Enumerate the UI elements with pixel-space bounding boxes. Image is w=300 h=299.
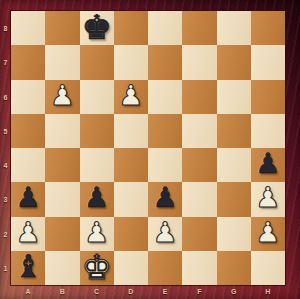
square-h6[interactable]: [251, 80, 285, 114]
square-b4[interactable]: [45, 148, 79, 182]
black-pawn[interactable]: ♟: [255, 150, 280, 178]
square-c5[interactable]: [80, 114, 114, 148]
square-b3[interactable]: [45, 182, 79, 216]
black-bishop[interactable]: ♝: [14, 251, 42, 282]
white-pawn[interactable]: ♟: [255, 219, 280, 247]
square-e3[interactable]: ♟: [148, 182, 182, 216]
square-b5[interactable]: [45, 114, 79, 148]
white-pawn[interactable]: ♟: [16, 219, 41, 247]
square-b2[interactable]: [45, 217, 79, 251]
square-e5[interactable]: [148, 114, 182, 148]
square-h5[interactable]: [251, 114, 285, 148]
square-b8[interactable]: [45, 11, 79, 45]
white-king[interactable]: ♚: [81, 250, 111, 284]
square-d5[interactable]: [114, 114, 148, 148]
square-d4[interactable]: [114, 148, 148, 182]
square-f2[interactable]: [182, 217, 216, 251]
square-f4[interactable]: [182, 148, 216, 182]
square-c8[interactable]: ♚: [80, 11, 114, 45]
square-a4[interactable]: [11, 148, 45, 182]
square-d3[interactable]: [114, 182, 148, 216]
white-pawn[interactable]: ♟: [118, 82, 143, 110]
file-label-g: G: [231, 285, 236, 299]
rank-label-4: 4: [0, 162, 11, 169]
file-label-e: E: [163, 285, 168, 299]
square-h8[interactable]: [251, 11, 285, 45]
square-d7[interactable]: [114, 45, 148, 79]
square-e7[interactable]: [148, 45, 182, 79]
file-label-f: F: [197, 285, 201, 299]
file-label-h: H: [265, 285, 270, 299]
square-g3[interactable]: [217, 182, 251, 216]
square-a1[interactable]: ♝: [11, 251, 45, 285]
file-label-b: B: [60, 285, 65, 299]
square-c6[interactable]: [80, 80, 114, 114]
square-f3[interactable]: [182, 182, 216, 216]
rank-label-1: 1: [0, 264, 11, 271]
square-c3[interactable]: ♟: [80, 182, 114, 216]
white-pawn[interactable]: ♟: [153, 219, 178, 247]
square-f5[interactable]: [182, 114, 216, 148]
board[interactable]: ♚♟♟♟♟♟♟♟♟♟♟♟♝♚: [11, 11, 285, 285]
square-f1[interactable]: [182, 251, 216, 285]
square-h7[interactable]: [251, 45, 285, 79]
chess-board-photo: ♚♟♟♟♟♟♟♟♟♟♟♟♝♚ 87654321ABCDEFGH: [0, 0, 300, 299]
square-h4[interactable]: ♟: [251, 148, 285, 182]
white-pawn[interactable]: ♟: [255, 184, 280, 212]
rank-label-2: 2: [0, 230, 11, 237]
square-a5[interactable]: [11, 114, 45, 148]
square-d2[interactable]: [114, 217, 148, 251]
rank-label-6: 6: [0, 93, 11, 100]
square-b6[interactable]: ♟: [45, 80, 79, 114]
black-pawn[interactable]: ♟: [16, 184, 41, 212]
square-h2[interactable]: ♟: [251, 217, 285, 251]
black-king[interactable]: ♚: [81, 10, 111, 44]
square-e6[interactable]: [148, 80, 182, 114]
square-g8[interactable]: [217, 11, 251, 45]
square-c2[interactable]: ♟: [80, 217, 114, 251]
black-pawn[interactable]: ♟: [153, 184, 178, 212]
square-d6[interactable]: ♟: [114, 80, 148, 114]
square-g1[interactable]: [217, 251, 251, 285]
file-label-d: D: [128, 285, 133, 299]
white-pawn[interactable]: ♟: [84, 219, 109, 247]
square-h3[interactable]: ♟: [251, 182, 285, 216]
square-d8[interactable]: [114, 11, 148, 45]
square-g6[interactable]: [217, 80, 251, 114]
square-g7[interactable]: [217, 45, 251, 79]
white-pawn[interactable]: ♟: [50, 82, 75, 110]
square-g5[interactable]: [217, 114, 251, 148]
square-d1[interactable]: [114, 251, 148, 285]
square-f6[interactable]: [182, 80, 216, 114]
square-a6[interactable]: [11, 80, 45, 114]
square-c7[interactable]: [80, 45, 114, 79]
square-f8[interactable]: [182, 11, 216, 45]
square-g2[interactable]: [217, 217, 251, 251]
rank-label-3: 3: [0, 196, 11, 203]
square-h1[interactable]: [251, 251, 285, 285]
square-g4[interactable]: [217, 148, 251, 182]
rank-label-5: 5: [0, 127, 11, 134]
square-a8[interactable]: [11, 11, 45, 45]
rank-label-8: 8: [0, 25, 11, 32]
square-a7[interactable]: [11, 45, 45, 79]
square-b1[interactable]: [45, 251, 79, 285]
file-label-a: A: [26, 285, 31, 299]
square-a2[interactable]: ♟: [11, 217, 45, 251]
square-c1[interactable]: ♚: [80, 251, 114, 285]
square-e2[interactable]: ♟: [148, 217, 182, 251]
square-f7[interactable]: [182, 45, 216, 79]
square-c4[interactable]: [80, 148, 114, 182]
rank-label-7: 7: [0, 59, 11, 66]
file-label-c: C: [94, 285, 99, 299]
square-e4[interactable]: [148, 148, 182, 182]
square-b7[interactable]: [45, 45, 79, 79]
square-a3[interactable]: ♟: [11, 182, 45, 216]
square-e1[interactable]: [148, 251, 182, 285]
black-pawn[interactable]: ♟: [84, 184, 109, 212]
square-e8[interactable]: [148, 11, 182, 45]
